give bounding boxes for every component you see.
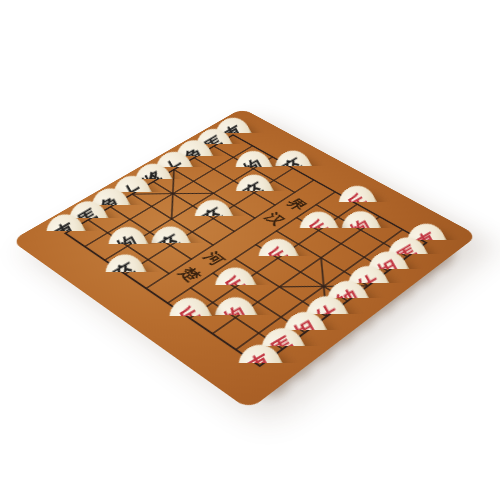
board-points-grid: 車馬象士將士象馬車炮炮卒卒卒卒卒兵兵兵兵兵炮炮車馬相仕帥仕相馬車 <box>44 124 447 383</box>
piece-red-soldier[interactable]: 兵 <box>293 205 345 257</box>
point-7-7: 炮 <box>340 217 382 244</box>
piece-glyph: 炮 <box>220 302 251 333</box>
xiangqi-board-mat: 楚河 汉界 車馬象士將士象馬車炮炮卒卒卒卒卒兵兵兵兵兵炮炮車馬相仕帥仕相馬車 <box>11 108 478 410</box>
piece-red-cannon[interactable]: 炮 <box>208 290 264 346</box>
point-6-6: 兵 <box>298 217 340 244</box>
point-1-7: 炮 <box>213 302 259 333</box>
piece-red-cannon[interactable]: 炮 <box>335 204 387 256</box>
product-photo-canvas: 楚河 汉界 車馬象士將士象馬車炮炮卒卒卒卒卒兵兵兵兵兵炮炮車馬相仕帥仕相馬車 <box>0 0 500 500</box>
piece-glyph: 兵 <box>263 244 292 273</box>
piece-glyph: 卒 <box>199 204 227 232</box>
piece-glyph: 炮 <box>346 216 374 244</box>
piece-black-soldier[interactable]: 卒 <box>229 168 279 218</box>
point-2-3: 卒 <box>149 232 192 259</box>
scene: 楚河 汉界 車馬象士將士象馬車炮炮卒卒卒卒卒兵兵兵兵兵炮炮車馬相仕帥仕相馬車 <box>0 0 500 500</box>
piece-glyph: 卒 <box>240 179 267 206</box>
piece-glyph: 兵 <box>304 216 332 244</box>
